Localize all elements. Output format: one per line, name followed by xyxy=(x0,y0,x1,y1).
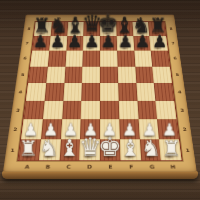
piece-black-pawn[interactable]: ♟ xyxy=(118,33,133,50)
square-f7[interactable]: ♟ xyxy=(117,36,134,51)
square-a7[interactable]: ♟ xyxy=(32,36,50,51)
square-d7[interactable]: ♟ xyxy=(83,36,100,51)
file-label-top-g: G xyxy=(132,16,149,21)
square-h6[interactable] xyxy=(151,51,170,67)
piece-black-pawn[interactable]: ♟ xyxy=(67,33,82,50)
piece-white-king[interactable]: ♚ xyxy=(98,133,122,159)
file-label-top-e: E xyxy=(100,16,116,21)
square-d6[interactable] xyxy=(83,51,100,67)
square-g5[interactable] xyxy=(135,66,154,83)
board-front-edge xyxy=(2,171,198,179)
file-label-top-h: H xyxy=(148,16,165,21)
piece-white-rook[interactable]: ♜ xyxy=(162,138,181,160)
square-e6[interactable] xyxy=(100,51,117,67)
square-b1[interactable]: ♞ xyxy=(39,139,61,160)
piece-white-bishop[interactable]: ♝ xyxy=(120,136,141,160)
square-a5[interactable] xyxy=(28,66,48,83)
chess-board: ABCDEFGH ABCDEFGH 87654321 87654321 ♜♞♝♛… xyxy=(3,15,197,172)
square-e3[interactable] xyxy=(100,100,119,119)
square-f6[interactable] xyxy=(117,51,135,67)
square-f5[interactable] xyxy=(117,66,135,83)
square-g6[interactable] xyxy=(134,51,152,67)
square-b6[interactable] xyxy=(48,51,66,67)
piece-black-pawn[interactable]: ♟ xyxy=(84,33,99,50)
square-h3[interactable] xyxy=(156,100,177,119)
square-c3[interactable] xyxy=(62,100,82,119)
rank-label-right-7: 7 xyxy=(167,36,180,51)
square-d5[interactable] xyxy=(82,66,100,83)
square-c5[interactable] xyxy=(64,66,82,83)
square-b3[interactable] xyxy=(43,100,63,119)
square-c6[interactable] xyxy=(65,51,83,67)
square-b7[interactable]: ♟ xyxy=(49,36,67,51)
piece-black-pawn[interactable]: ♟ xyxy=(33,33,48,50)
file-label-top-d: D xyxy=(84,16,100,21)
square-a1[interactable]: ♜ xyxy=(18,139,40,160)
square-e5[interactable] xyxy=(100,66,118,83)
square-h7[interactable]: ♟ xyxy=(150,36,168,51)
rank-label-right-5: 5 xyxy=(171,66,184,83)
piece-white-knight[interactable]: ♞ xyxy=(141,137,161,160)
piece-white-bishop[interactable]: ♝ xyxy=(59,136,80,160)
square-f1[interactable]: ♝ xyxy=(120,139,141,160)
square-g3[interactable] xyxy=(137,100,157,119)
piece-black-pawn[interactable]: ♟ xyxy=(50,33,65,50)
square-b5[interactable] xyxy=(46,66,65,83)
square-f3[interactable] xyxy=(119,100,139,119)
square-e1[interactable]: ♚ xyxy=(100,139,120,160)
square-a6[interactable] xyxy=(30,51,49,67)
piece-black-pawn[interactable]: ♟ xyxy=(135,33,150,50)
square-e7[interactable]: ♟ xyxy=(100,36,117,51)
square-g1[interactable]: ♞ xyxy=(139,139,161,160)
file-labels-top: ABCDEFGH xyxy=(35,16,165,21)
square-h5[interactable] xyxy=(152,66,172,83)
rank-label-right-6: 6 xyxy=(169,50,182,66)
piece-white-knight[interactable]: ♞ xyxy=(39,137,59,160)
piece-black-pawn[interactable]: ♟ xyxy=(101,33,116,50)
square-d3[interactable] xyxy=(81,100,100,119)
piece-black-pawn[interactable]: ♟ xyxy=(152,33,167,50)
square-g7[interactable]: ♟ xyxy=(133,36,151,51)
square-c7[interactable]: ♟ xyxy=(66,36,83,51)
file-label-top-a: A xyxy=(35,16,52,21)
square-a3[interactable] xyxy=(24,100,45,119)
rank-label-right-4: 4 xyxy=(173,83,187,101)
file-label-top-c: C xyxy=(68,16,84,21)
square-h1[interactable]: ♜ xyxy=(159,139,181,160)
piece-white-rook[interactable]: ♜ xyxy=(19,138,38,160)
square-c1[interactable]: ♝ xyxy=(59,139,80,160)
board-squares: ♜♞♝♛♚♝♞♜♟♟♟♟♟♟♟♟♟♟♟♟♟♟♟♟♜♞♝♛♚♝♞♜ xyxy=(17,21,182,161)
chess-app-background: ABCDEFGH ABCDEFGH 87654321 87654321 ♜♞♝♛… xyxy=(0,0,200,200)
file-label-top-f: F xyxy=(116,16,132,21)
file-label-top-b: B xyxy=(51,16,68,21)
